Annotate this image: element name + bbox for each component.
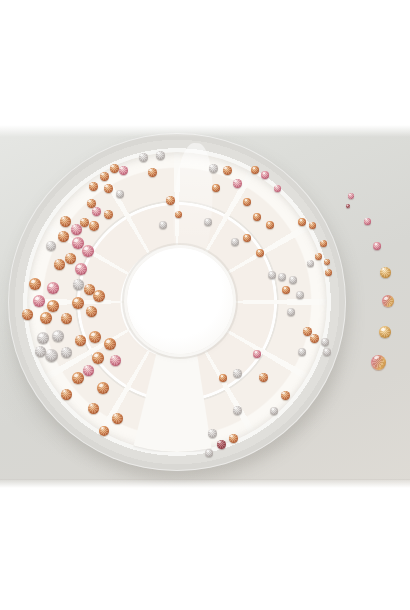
rhinestone-c xyxy=(89,331,101,343)
rhinestone-s xyxy=(204,218,212,226)
rhinestone-s xyxy=(323,348,331,356)
rhinestone-s xyxy=(35,346,46,357)
rhinestone-p xyxy=(33,295,45,307)
rhinestone-c xyxy=(251,166,259,174)
rhinestone-c xyxy=(87,199,96,208)
rhinestone-c xyxy=(88,403,99,414)
rhinestone-s xyxy=(159,221,167,229)
rhinestone-s xyxy=(321,338,329,346)
rhinestone-c xyxy=(29,278,41,290)
rhinestone-c xyxy=(310,334,319,343)
rhinestone-c xyxy=(47,300,59,312)
rhinestone-c xyxy=(89,221,99,231)
rhinestone-g xyxy=(379,326,391,338)
rhinestone-c xyxy=(92,352,104,364)
rhinestone-p xyxy=(253,350,261,358)
rhinestone-s xyxy=(209,164,218,173)
rhinestone-s xyxy=(289,276,297,284)
rhinestone-s xyxy=(268,271,276,279)
product-photo xyxy=(0,125,410,488)
rhinestone-p xyxy=(274,185,281,192)
rhinestone-c xyxy=(324,259,330,265)
rhinestone-c xyxy=(298,218,306,226)
rhinestone-p xyxy=(71,224,82,235)
rhinestone-c xyxy=(104,184,113,193)
rhinestone-c xyxy=(104,210,113,219)
rhinestone-c xyxy=(61,389,72,400)
rhinestone-c xyxy=(256,249,264,257)
rhinestone-c xyxy=(99,426,109,436)
rhinestone-k xyxy=(346,204,350,208)
rhinestone-s xyxy=(298,348,306,356)
rhinestone-p xyxy=(348,193,354,199)
rhinestone-c xyxy=(166,196,175,205)
rhinestone-c xyxy=(315,253,322,260)
rhinestone-m xyxy=(382,295,394,307)
rhinestone-c xyxy=(325,269,332,276)
rhinestone-s xyxy=(231,238,239,246)
rhinestone-m xyxy=(371,355,386,370)
rhinestone-k xyxy=(217,440,226,449)
rhinestone-s xyxy=(46,241,56,251)
rhinestone-s xyxy=(296,291,304,299)
rhinestone-p xyxy=(47,282,59,294)
rhinestone-s xyxy=(61,347,72,358)
rhinestone-c xyxy=(89,182,98,191)
rhinestone-c xyxy=(175,211,182,218)
rhinestone-p xyxy=(364,218,371,225)
rhinestone-p xyxy=(110,355,121,366)
rhinestone-p xyxy=(233,179,242,188)
rhinestone-p xyxy=(119,166,128,175)
rhinestone-s xyxy=(270,407,278,415)
rhinestone-s xyxy=(139,153,148,162)
rhinestone-s xyxy=(233,369,242,378)
rhinestone-c xyxy=(60,216,71,227)
rhinestone-c xyxy=(40,312,52,324)
rhinestone-s xyxy=(278,273,286,281)
rhinestone-c xyxy=(86,306,97,317)
rhinestone-s xyxy=(205,449,213,457)
rhinestone-c xyxy=(309,222,316,229)
rhinestone-c xyxy=(112,413,123,424)
rhinestone-p xyxy=(373,242,381,250)
rhinestone-s xyxy=(37,332,49,344)
rhinestone-c xyxy=(212,184,220,192)
photo-edge-fade-top xyxy=(0,125,410,137)
rhinestone-s xyxy=(52,330,64,342)
rhinestone-c xyxy=(223,166,232,175)
rhinestone-c xyxy=(229,434,238,443)
rhinestone-p xyxy=(82,245,94,257)
rhinestone-c xyxy=(104,338,116,350)
rhinestone-s xyxy=(287,308,295,316)
rhinestone-c xyxy=(219,374,227,382)
rhinestone-wheel xyxy=(8,133,346,471)
rhinestone-p xyxy=(75,263,87,275)
rhinestone-c xyxy=(243,198,251,206)
rhinestone-c xyxy=(259,373,268,382)
rhinestone-c xyxy=(97,382,109,394)
rhinestone-c xyxy=(148,168,157,177)
rhinestone-c xyxy=(320,240,327,247)
rhinestone-c xyxy=(93,290,105,302)
rhinestone-s xyxy=(156,151,165,160)
rhinestone-p xyxy=(83,365,94,376)
rhinestone-s xyxy=(116,190,124,198)
rhinestone-p xyxy=(261,171,269,179)
rhinestone-s xyxy=(208,429,217,438)
rhinestone-s xyxy=(307,260,314,267)
rhinestone-c xyxy=(100,172,109,181)
rhinestone-c xyxy=(75,335,86,346)
rhinestone-c xyxy=(54,259,65,270)
rhinestone-p xyxy=(92,207,101,216)
rhinestone-s xyxy=(73,279,84,290)
rhinestone-c xyxy=(72,372,84,384)
rhinestone-c xyxy=(65,253,76,264)
rhinestone-c xyxy=(281,391,290,400)
rhinestone-s xyxy=(233,406,242,415)
rhinestone-c xyxy=(58,231,69,242)
rhinestone-c xyxy=(61,313,72,324)
rhinestone-c xyxy=(22,309,33,320)
screenshot-canvas xyxy=(0,0,410,610)
rhinestone-c xyxy=(110,164,119,173)
rhinestone-c xyxy=(282,286,290,294)
rhinestone-g xyxy=(380,267,391,278)
rhinestone-s xyxy=(45,349,58,362)
rhinestone-c xyxy=(243,234,251,242)
rhinestone-c xyxy=(266,221,274,229)
photo-edge-fade-bottom xyxy=(0,479,410,488)
rhinestone-c xyxy=(72,297,84,309)
rhinestone-c xyxy=(253,213,261,221)
